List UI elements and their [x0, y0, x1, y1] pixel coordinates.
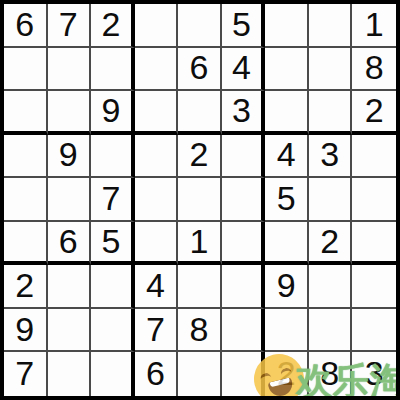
cell-r1c1[interactable]: 6: [4, 4, 48, 48]
cell-r8c1[interactable]: 9: [4, 309, 48, 353]
cell-r3c1[interactable]: [4, 91, 48, 135]
cell-r6c1[interactable]: [4, 222, 48, 266]
cell-r7c3[interactable]: [91, 265, 135, 309]
cell-r7c5[interactable]: [178, 265, 222, 309]
cell-r1c7[interactable]: [265, 4, 309, 48]
cell-r6c6[interactable]: [222, 222, 266, 266]
cell-r9c4[interactable]: 6: [135, 352, 179, 396]
emoji-mouth: [268, 377, 295, 398]
cell-r6c3[interactable]: 5: [91, 222, 135, 266]
given-digit: 3: [320, 137, 339, 171]
cell-r3c6[interactable]: 3: [222, 91, 266, 135]
cell-r3c8[interactable]: [309, 91, 353, 135]
cell-r3c2[interactable]: [48, 91, 92, 135]
cell-r1c6[interactable]: 5: [222, 4, 266, 48]
given-digit: 1: [365, 7, 384, 41]
given-digit: 9: [101, 93, 120, 127]
given-digit: 7: [15, 356, 34, 390]
given-digit: 4: [277, 137, 296, 171]
given-digit: 7: [101, 181, 120, 215]
cell-r8c6[interactable]: [222, 309, 266, 353]
cell-r7c6[interactable]: [222, 265, 266, 309]
given-digit: 7: [59, 7, 78, 41]
given-digit: 8: [190, 312, 209, 346]
cell-r4c3[interactable]: [91, 135, 135, 179]
given-digit: 2: [15, 268, 34, 302]
cell-r7c7[interactable]: 9: [265, 265, 309, 309]
cell-r5c6[interactable]: [222, 178, 266, 222]
given-digit: 4: [232, 50, 251, 84]
cell-r8c3[interactable]: [91, 309, 135, 353]
cell-r9c1[interactable]: 7: [4, 352, 48, 396]
cell-r7c4[interactable]: 4: [135, 265, 179, 309]
cell-r7c1[interactable]: 2: [4, 265, 48, 309]
cell-r2c2[interactable]: [48, 48, 92, 92]
cell-r2c8[interactable]: [309, 48, 353, 92]
cell-r5c8[interactable]: [309, 178, 353, 222]
cell-r5c7[interactable]: 5: [265, 178, 309, 222]
cell-r6c9[interactable]: [352, 222, 396, 266]
cell-r8c9[interactable]: [352, 309, 396, 353]
cell-r4c5[interactable]: 2: [178, 135, 222, 179]
given-digit: 4: [146, 268, 165, 302]
given-digit: 2: [365, 93, 384, 127]
cell-r8c2[interactable]: [48, 309, 92, 353]
cell-r1c4[interactable]: [135, 4, 179, 48]
given-digit: 2: [190, 137, 209, 171]
cell-r1c3[interactable]: 2: [91, 4, 135, 48]
cell-r3c3[interactable]: 9: [91, 91, 135, 135]
given-digit: 5: [101, 224, 120, 258]
cell-r3c7[interactable]: [265, 91, 309, 135]
given-digit: 1: [190, 224, 209, 258]
given-digit: 2: [101, 7, 120, 41]
cell-r6c8[interactable]: 2: [309, 222, 353, 266]
cell-r4c2[interactable]: 9: [48, 135, 92, 179]
cell-r9c2[interactable]: [48, 352, 92, 396]
given-digit: 5: [277, 181, 296, 215]
cell-r2c7[interactable]: [265, 48, 309, 92]
cell-r5c1[interactable]: [4, 178, 48, 222]
given-digit: 3: [232, 93, 251, 127]
cell-r3c9[interactable]: 2: [352, 91, 396, 135]
cell-r1c8[interactable]: [309, 4, 353, 48]
cell-r4c1[interactable]: [4, 135, 48, 179]
cell-r2c1[interactable]: [4, 48, 48, 92]
given-digit: 8: [365, 50, 384, 84]
cell-r8c4[interactable]: 7: [135, 309, 179, 353]
given-digit: 6: [15, 7, 34, 41]
cell-r1c9[interactable]: 1: [352, 4, 396, 48]
cell-r3c4[interactable]: [135, 91, 179, 135]
cell-r2c5[interactable]: 6: [178, 48, 222, 92]
cell-r8c8[interactable]: [309, 309, 353, 353]
cell-r8c7[interactable]: [265, 309, 309, 353]
cell-r7c2[interactable]: [48, 265, 92, 309]
cell-r1c2[interactable]: 7: [48, 4, 92, 48]
cell-r5c9[interactable]: [352, 178, 396, 222]
watermark-text: 欢乐淘手游: [296, 357, 400, 400]
cell-r4c9[interactable]: [352, 135, 396, 179]
cell-r5c2[interactable]: [48, 178, 92, 222]
given-digit: 2: [320, 224, 339, 258]
cell-r8c5[interactable]: 8: [178, 309, 222, 353]
cell-r1c5[interactable]: [178, 4, 222, 48]
cell-r7c9[interactable]: [352, 265, 396, 309]
cell-r4c8[interactable]: 3: [309, 135, 353, 179]
cell-r4c4[interactable]: [135, 135, 179, 179]
cell-r5c5[interactable]: [178, 178, 222, 222]
cell-r6c2[interactable]: 6: [48, 222, 92, 266]
cell-r9c5[interactable]: [178, 352, 222, 396]
cell-r5c3[interactable]: 7: [91, 178, 135, 222]
given-digit: 9: [59, 137, 78, 171]
cell-r9c3[interactable]: [91, 352, 135, 396]
cell-r6c5[interactable]: 1: [178, 222, 222, 266]
cell-r2c3[interactable]: [91, 48, 135, 92]
cell-r6c7[interactable]: [265, 222, 309, 266]
cell-r4c6[interactable]: [222, 135, 266, 179]
emoji-teeth: [270, 378, 291, 388]
given-digit: 7: [146, 312, 165, 346]
given-digit: 6: [59, 224, 78, 258]
cell-r2c9[interactable]: 8: [352, 48, 396, 92]
cell-r2c6[interactable]: 4: [222, 48, 266, 92]
given-digit: 9: [277, 268, 296, 302]
given-digit: 5: [232, 7, 251, 41]
cell-r3c5[interactable]: [178, 91, 222, 135]
cell-r7c8[interactable]: [309, 265, 353, 309]
cell-r6c4[interactable]: [135, 222, 179, 266]
given-digit: 6: [190, 50, 209, 84]
cell-r5c4[interactable]: [135, 178, 179, 222]
given-digit: 6: [146, 356, 165, 390]
cell-r4c7[interactable]: 4: [265, 135, 309, 179]
cell-r2c4[interactable]: [135, 48, 179, 92]
sudoku-board: 67251648932924375651224997876283 欢乐淘手游: [0, 0, 400, 400]
given-digit: 9: [15, 312, 34, 346]
